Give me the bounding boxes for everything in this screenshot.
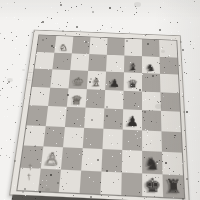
square-d2[interactable] — [81, 148, 102, 171]
square-c7[interactable] — [70, 53, 89, 71]
square-c4[interactable] — [65, 107, 86, 128]
square-f5[interactable] — [123, 90, 142, 110]
square-e6[interactable]: ♟ — [105, 72, 124, 91]
square-h2[interactable] — [162, 152, 183, 175]
square-c1[interactable] — [59, 169, 81, 193]
square-e2[interactable] — [101, 149, 122, 172]
square-a8[interactable] — [37, 35, 56, 52]
square-b8[interactable]: ♘ — [54, 36, 73, 53]
square-g1[interactable]: ♚ — [142, 173, 163, 197]
square-h1[interactable]: ♜ — [163, 174, 185, 198]
square-h8[interactable] — [159, 40, 177, 57]
square-b3[interactable] — [43, 126, 65, 148]
square-c2[interactable] — [61, 147, 83, 170]
square-e4[interactable] — [103, 108, 123, 129]
square-a7[interactable] — [35, 52, 55, 70]
board-corner-stamps: † † — [22, 162, 37, 183]
square-e3[interactable] — [102, 128, 122, 150]
square-d7[interactable] — [88, 54, 107, 72]
square-g2[interactable]: ♞ — [142, 151, 162, 174]
square-g7[interactable]: ♞ — [142, 56, 160, 74]
piece-white-bishop-d6[interactable]: ♗ — [91, 77, 102, 88]
piece-white-knight-b8[interactable]: ♘ — [59, 43, 68, 52]
square-f2[interactable] — [122, 150, 142, 173]
square-f7[interactable]: ♝ — [124, 55, 142, 73]
square-f1[interactable] — [121, 172, 142, 196]
square-a3[interactable] — [24, 125, 46, 147]
piece-black-pawn-e6[interactable]: ♟ — [109, 78, 120, 89]
square-d1[interactable] — [80, 170, 102, 194]
square-f6[interactable]: ♛ — [124, 72, 142, 91]
piece-black-bishop-f7[interactable]: ♝ — [128, 62, 138, 72]
square-a5[interactable] — [29, 86, 50, 106]
square-f3[interactable] — [122, 129, 142, 151]
piece-black-knight-g2[interactable]: ♞ — [145, 155, 160, 173]
square-c6[interactable]: ♔ — [69, 70, 89, 89]
square-c8[interactable] — [72, 37, 91, 54]
piece-white-king-c6[interactable]: ♔ — [72, 76, 83, 87]
square-d5[interactable] — [86, 89, 106, 109]
piece-white-pawn-b2[interactable]: ♙ — [43, 150, 60, 168]
square-f4[interactable]: ♟ — [123, 109, 142, 130]
piece-black-knight-g7[interactable]: ♞ — [146, 63, 156, 73]
square-d6[interactable]: ♗ — [87, 71, 106, 90]
board-frame: ♘♝♞♔♗♟♛♕♟♙♞♚♜ † † ·|··|· — [9, 30, 190, 200]
square-d8[interactable] — [89, 37, 107, 54]
board-grid: ♘♝♞♔♗♟♛♕♟♙♞♚♜ — [16, 34, 185, 199]
stamp-cross-icon: † — [22, 172, 35, 184]
square-d4[interactable] — [84, 108, 104, 129]
square-h3[interactable] — [161, 131, 181, 153]
square-b5[interactable] — [48, 87, 68, 107]
square-g3[interactable] — [142, 130, 162, 152]
square-e7[interactable] — [106, 54, 124, 72]
piece-white-queen-c5[interactable]: ♕ — [70, 94, 83, 107]
square-c3[interactable] — [63, 127, 84, 149]
square-h5[interactable] — [160, 92, 179, 112]
square-b6[interactable] — [50, 69, 70, 88]
square-a4[interactable] — [27, 105, 48, 125]
square-e1[interactable] — [100, 171, 121, 195]
piece-black-pawn-f4[interactable]: ♟ — [126, 115, 139, 129]
square-h7[interactable] — [160, 57, 178, 75]
square-g6[interactable] — [142, 73, 160, 92]
square-e8[interactable] — [107, 38, 125, 55]
square-h4[interactable] — [161, 111, 181, 132]
square-g8[interactable] — [142, 39, 160, 56]
square-g5[interactable] — [142, 91, 161, 111]
square-a6[interactable] — [32, 69, 52, 88]
square-f8[interactable] — [124, 39, 142, 56]
square-c5[interactable]: ♕ — [67, 88, 87, 108]
square-e5[interactable] — [104, 90, 123, 110]
square-b4[interactable] — [46, 106, 67, 127]
square-b7[interactable] — [52, 52, 71, 70]
square-d3[interactable] — [83, 127, 104, 149]
square-g4[interactable] — [142, 110, 161, 131]
photo-background: ♘♝♞♔♗♟♛♕♟♙♞♚♜ † † ·|··|· — [0, 0, 200, 200]
piece-black-rook-h1[interactable]: ♜ — [165, 177, 182, 197]
square-b1[interactable] — [38, 168, 61, 192]
square-h6[interactable] — [160, 74, 179, 93]
chess-board: ♘♝♞♔♗♟♛♕♟♙♞♚♜ † † ·|··|· — [9, 30, 190, 200]
piece-black-queen-f6[interactable]: ♛ — [127, 79, 138, 90]
square-b2[interactable]: ♙ — [41, 146, 63, 169]
piece-black-king-g1[interactable]: ♚ — [144, 176, 161, 196]
